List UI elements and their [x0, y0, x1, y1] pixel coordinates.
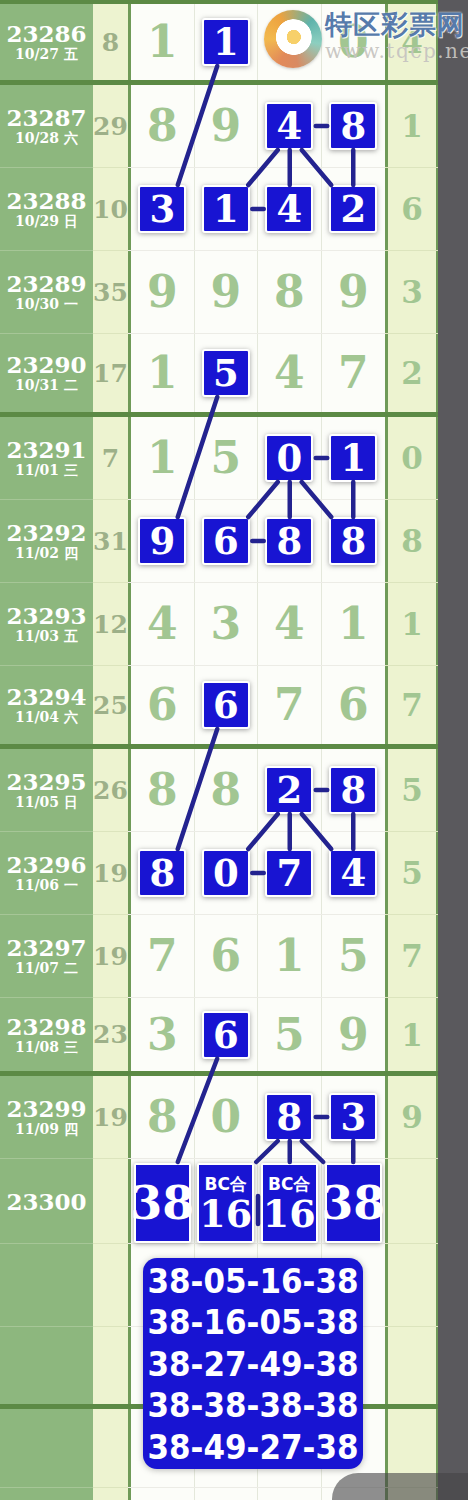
count-cell: 35 — [93, 251, 128, 333]
right-digit-cell: 1 — [385, 85, 438, 167]
draw-cell: 2328710/28 六 — [0, 85, 93, 167]
row-23296: 2329611/06 一1980745 — [0, 832, 438, 914]
right-digit-cell: 0 — [385, 417, 438, 499]
digit-row: 8074 — [128, 832, 385, 914]
digit-cell: 3 — [131, 998, 195, 1071]
draw-date: 10/31 二 — [15, 377, 78, 394]
digit-row: 1501 — [128, 417, 385, 499]
right-digit-cell: 9 — [385, 1076, 438, 1158]
digit: 5 — [274, 1013, 305, 1057]
row-23294: 2329411/04 六2566767 — [0, 666, 438, 744]
draw-date: 11/07 二 — [15, 960, 78, 977]
draw-cell: 2329311/03 五 — [0, 583, 93, 665]
digit-cell: 4 — [258, 85, 322, 167]
digit: 9 — [338, 1013, 369, 1057]
digit-cell: 8 — [258, 251, 322, 333]
draw-cell — [0, 1327, 93, 1404]
draw-cell — [0, 1488, 93, 1500]
digit-row: 3142 — [128, 168, 385, 250]
count-cell: 31 — [93, 500, 128, 582]
digit-cell: 7 — [322, 334, 386, 412]
bottom-right-overlay — [332, 1473, 468, 1500]
count-cell: 12 — [93, 583, 128, 665]
right-digit-cell: 5 — [385, 749, 438, 831]
draw-date: 10/30 一 — [15, 296, 78, 313]
digit-cell: 2 — [258, 749, 322, 831]
digit-cell: 3 — [131, 168, 195, 250]
draw-cell: 2329711/07 二 — [0, 915, 93, 997]
highlight-box: 2 — [329, 185, 377, 233]
draw-date: 11/06 一 — [15, 877, 78, 894]
digit: 7 — [338, 351, 369, 395]
digit-cell: 6 — [195, 500, 259, 582]
logo-swirl-icon — [264, 10, 322, 68]
digit-cell: 1 — [322, 583, 386, 665]
draw-number: 23286 — [6, 21, 86, 46]
digit-cell: 8 — [322, 749, 386, 831]
prediction-line: 38-38-38-38 — [147, 1384, 358, 1425]
big-value: 38 — [130, 1180, 194, 1226]
digit-cell: 1 — [258, 915, 322, 997]
digit-cell: 4 — [131, 583, 195, 665]
count-cell: 26 — [93, 749, 128, 831]
right-digit-cell: 1 — [385, 998, 438, 1071]
draw-number: 23300 — [6, 1189, 86, 1214]
count-cell: 25 — [93, 666, 128, 744]
highlight-box: 4 — [329, 849, 377, 897]
draw-number: 23295 — [6, 769, 86, 794]
row-23288: 2328810/29 日1031426 — [0, 168, 438, 250]
digit-row: 8828 — [128, 749, 385, 831]
draw-number: 23291 — [6, 437, 86, 462]
highlight-box: 8 — [265, 517, 313, 565]
draw-date: 11/03 五 — [15, 628, 78, 645]
right-digit-cell: 3 — [385, 251, 438, 333]
digit-row: 7615 — [128, 915, 385, 997]
digit-cell: 8 — [322, 500, 386, 582]
highlight-box: BC合16 — [261, 1163, 318, 1243]
digit-cell: 0 — [195, 832, 259, 914]
big-value: 38 — [321, 1180, 385, 1226]
draw-cell: 2329211/02 四 — [0, 500, 93, 582]
draw-date: 11/09 四 — [15, 1121, 78, 1138]
digit: 1 — [147, 436, 178, 480]
bc-value: 16 — [199, 1194, 252, 1234]
row-23295: 2329511/05 日2688285 — [0, 749, 438, 831]
digit: 7 — [147, 934, 178, 978]
draw-cell — [0, 1244, 93, 1326]
digit-cell: 8 — [131, 1076, 195, 1158]
digit-cell: 8 — [131, 832, 195, 914]
digit-cell: 3 — [322, 1076, 386, 1158]
prediction-line: 38-49-27-38 — [147, 1426, 358, 1467]
digit-cell: 9 — [131, 251, 195, 333]
digit-cell: 0 — [258, 417, 322, 499]
highlight-box: 1 — [329, 434, 377, 482]
row-23287: 2328710/28 六2989481 — [0, 85, 438, 167]
digit-row: 9688 — [128, 500, 385, 582]
highlight-box: 8 — [329, 102, 377, 150]
count-cell: 19 — [93, 832, 128, 914]
highlight-box: 3 — [138, 185, 186, 233]
digit-row: 4341 — [128, 583, 385, 665]
right-digit-cell: 2 — [385, 334, 438, 412]
draw-cell: 2328810/29 日 — [0, 168, 93, 250]
digit-cell: 1 — [195, 4, 259, 80]
count-cell — [93, 1488, 128, 1500]
count-cell: 8 — [93, 4, 128, 80]
right-digit-cell — [385, 1327, 438, 1404]
digit-cell — [195, 1488, 259, 1500]
digit-cell: 8 — [131, 85, 195, 167]
digit-cell: 6 — [195, 915, 259, 997]
draw-date: 10/27 五 — [15, 46, 78, 63]
draw-number: 23296 — [6, 852, 86, 877]
digit-cell: 8 — [131, 749, 195, 831]
digit: 8 — [147, 768, 178, 812]
count-cell: 10 — [93, 168, 128, 250]
digit-cell: 9 — [195, 85, 259, 167]
site-name: 特区彩票网 — [325, 10, 468, 40]
row-23289: 2328910/30 一3599893 — [0, 251, 438, 333]
count-cell — [93, 1244, 128, 1326]
digit: 5 — [210, 436, 241, 480]
digit-cell: 4 — [322, 832, 386, 914]
digit-row: 38BC合16BC合1638 — [128, 1159, 385, 1243]
row-23293: 2329311/03 五1243411 — [0, 583, 438, 665]
digit: 1 — [147, 20, 178, 64]
highlight-box: 8 — [138, 849, 186, 897]
digit-cell: 6 — [322, 666, 386, 744]
right-digit-cell: 1 — [385, 583, 438, 665]
count-cell: 17 — [93, 334, 128, 412]
digit-cell: 7 — [258, 666, 322, 744]
highlight-box: 7 — [265, 849, 313, 897]
highlight-box: 0 — [202, 849, 250, 897]
digit-row: 3659 — [128, 998, 385, 1071]
draw-number: 23294 — [6, 684, 86, 709]
prediction-line: 38-16-05-38 — [147, 1301, 358, 1342]
draw-number: 23299 — [6, 1096, 86, 1121]
site-url: www.tqcp.net — [325, 40, 468, 62]
digit-cell: 8 — [195, 749, 259, 831]
draw-cell: 23300 — [0, 1159, 93, 1243]
draw-cell: 2329111/01 三 — [0, 417, 93, 499]
site-logo[interactable]: 特区彩票网 www.tqcp.net — [264, 10, 468, 68]
digit: 4 — [147, 602, 178, 646]
digit-cell: 5 — [258, 998, 322, 1071]
draw-cell: 2329010/31 二 — [0, 334, 93, 412]
digit: 3 — [210, 602, 241, 646]
digit: 8 — [147, 104, 178, 148]
prediction-line: 38-05-16-38 — [147, 1260, 358, 1301]
digit: 8 — [210, 768, 241, 812]
highlight-box: 4 — [265, 185, 313, 233]
digit: 8 — [274, 270, 305, 314]
digit: 5 — [338, 934, 369, 978]
digit: 6 — [338, 683, 369, 727]
highlight-box: 3 — [329, 1093, 377, 1141]
prediction-line: 38-27-49-38 — [147, 1343, 358, 1384]
digit: 3 — [147, 1013, 178, 1057]
draw-date: 10/29 日 — [15, 213, 78, 230]
draw-number: 23287 — [6, 105, 86, 130]
digit-cell: 9 — [322, 998, 386, 1071]
right-sidebar — [438, 0, 468, 1500]
draw-number: 23292 — [6, 520, 86, 545]
highlight-box: 5 — [202, 349, 250, 397]
digit-row: 1547 — [128, 334, 385, 412]
draw-date: 10/28 六 — [15, 130, 78, 147]
draw-cell: 2328910/30 一 — [0, 251, 93, 333]
count-cell — [93, 1159, 128, 1243]
draw-date: 11/01 三 — [15, 462, 78, 479]
count-cell — [93, 1327, 128, 1404]
digit-cell: 9 — [195, 251, 259, 333]
row-23298: 2329811/08 三2336591 — [0, 998, 438, 1071]
digit: 8 — [147, 1095, 178, 1139]
highlight-box: 9 — [138, 517, 186, 565]
digit: 4 — [274, 602, 305, 646]
digit-cell: BC合16 — [195, 1159, 259, 1243]
digit-cell: 1 — [131, 4, 195, 80]
draw-number: 23289 — [6, 271, 86, 296]
digit: 9 — [338, 270, 369, 314]
draw-date: 11/02 四 — [15, 545, 78, 562]
count-cell: 19 — [93, 915, 128, 997]
digit-cell: 1 — [195, 168, 259, 250]
digit-cell: 6 — [131, 666, 195, 744]
row-23299: 2329911/09 四1980839 — [0, 1076, 438, 1158]
draw-cell: 2329411/04 六 — [0, 666, 93, 744]
highlight-box: 8 — [265, 1093, 313, 1141]
draw-cell: 2329511/05 日 — [0, 749, 93, 831]
digit: 7 — [274, 683, 305, 727]
digit-cell — [131, 1488, 195, 1500]
digit-cell: 5 — [195, 417, 259, 499]
digit: 9 — [210, 270, 241, 314]
digit-cell: 8 — [258, 1076, 322, 1158]
digit: 0 — [210, 1095, 241, 1139]
row-23290: 2329010/31 二1715472 — [0, 334, 438, 412]
prediction-box: 38-05-16-38 38-16-05-38 38-27-49-38 38-3… — [143, 1258, 363, 1469]
draw-cell: 2329911/09 四 — [0, 1076, 93, 1158]
draw-cell: 2328610/27 五 — [0, 4, 93, 80]
digit-cell: 4 — [258, 334, 322, 412]
draw-date: 11/04 六 — [15, 709, 78, 726]
digit-row: 6676 — [128, 666, 385, 744]
right-digit-cell — [385, 1159, 438, 1243]
row-23300: 2330038BC合16BC合1638 — [0, 1159, 438, 1243]
highlight-box: 4 — [265, 102, 313, 150]
digit-cell: 8 — [322, 85, 386, 167]
digit: 9 — [210, 104, 241, 148]
count-cell: 29 — [93, 85, 128, 167]
digit-cell: 38 — [131, 1159, 195, 1243]
highlight-box: 38 — [134, 1163, 191, 1243]
digit: 9 — [147, 270, 178, 314]
highlight-box: 6 — [202, 681, 250, 729]
draw-number: 23290 — [6, 352, 86, 377]
row-23291: 2329111/01 三715010 — [0, 417, 438, 499]
count-cell: 19 — [93, 1076, 128, 1158]
digit-row: 9989 — [128, 251, 385, 333]
count-cell — [93, 1409, 128, 1487]
digit-cell: 7 — [258, 832, 322, 914]
draw-date: 11/08 三 — [15, 1039, 78, 1056]
digit-cell: 6 — [195, 666, 259, 744]
digit-cell: 9 — [131, 500, 195, 582]
digit: 1 — [274, 934, 305, 978]
digit-cell: 5 — [195, 334, 259, 412]
digit-cell: 0 — [195, 1076, 259, 1158]
right-digit-cell — [385, 1244, 438, 1326]
digit-cell: 6 — [195, 998, 259, 1071]
row-23297: 2329711/07 二1976157 — [0, 915, 438, 997]
digit-cell: 8 — [258, 500, 322, 582]
digit-cell: BC合16 — [258, 1159, 322, 1243]
digit-row: 8083 — [128, 1076, 385, 1158]
digit: 6 — [147, 683, 178, 727]
digit-cell: 1 — [131, 334, 195, 412]
count-cell: 23 — [93, 998, 128, 1071]
right-digit-cell: 5 — [385, 832, 438, 914]
draw-number: 23293 — [6, 603, 86, 628]
digit-cell: 2 — [322, 168, 386, 250]
highlight-box: BC合16 — [197, 1163, 254, 1243]
digit: 1 — [338, 602, 369, 646]
right-digit-cell: 7 — [385, 666, 438, 744]
highlight-box: 8 — [329, 517, 377, 565]
row-23292: 2329211/02 四3196888 — [0, 500, 438, 582]
digit-cell: 1 — [322, 417, 386, 499]
digit-cell: 3 — [195, 583, 259, 665]
digit-cell: 9 — [322, 251, 386, 333]
draw-number: 23297 — [6, 935, 86, 960]
draw-number: 23298 — [6, 1014, 86, 1039]
draw-cell — [0, 1409, 93, 1487]
digit: 6 — [210, 934, 241, 978]
right-digit-cell: 6 — [385, 168, 438, 250]
digit-cell — [258, 1488, 322, 1500]
digit-cell: 1 — [131, 417, 195, 499]
digit: 4 — [274, 351, 305, 395]
digit: 1 — [147, 351, 178, 395]
highlight-box: 2 — [265, 766, 313, 814]
digit-cell: 4 — [258, 583, 322, 665]
highlight-box: 1 — [202, 185, 250, 233]
highlight-box: 6 — [202, 1011, 250, 1059]
draw-cell: 2329611/06 一 — [0, 832, 93, 914]
digit-cell: 7 — [131, 915, 195, 997]
draw-number: 23288 — [6, 188, 86, 213]
right-digit-cell: 7 — [385, 915, 438, 997]
highlight-box: 38 — [325, 1163, 382, 1243]
highlight-box: 8 — [329, 766, 377, 814]
count-cell: 7 — [93, 417, 128, 499]
page: 2328610/27 五811042328710/28 六29894812328… — [0, 0, 468, 1500]
draw-date: 11/05 日 — [15, 794, 78, 811]
digit-row: 8948 — [128, 85, 385, 167]
highlight-box: 0 — [265, 434, 313, 482]
digit-cell: 5 — [322, 915, 386, 997]
right-digit-cell: 8 — [385, 500, 438, 582]
draw-cell: 2329811/08 三 — [0, 998, 93, 1071]
highlight-box: 6 — [202, 517, 250, 565]
digit-cell: 38 — [322, 1159, 386, 1243]
digit-cell: 4 — [258, 168, 322, 250]
highlight-box: 1 — [202, 18, 250, 66]
bc-value: 16 — [263, 1194, 316, 1234]
